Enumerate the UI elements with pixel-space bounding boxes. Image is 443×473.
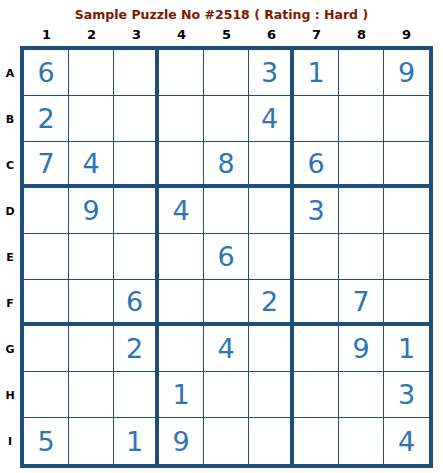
column-label-5: 5: [204, 27, 249, 45]
cell-H9[interactable]: 3: [384, 372, 429, 418]
row-label-F: F: [6, 280, 14, 326]
cell-D3[interactable]: [114, 188, 159, 234]
cell-F8[interactable]: 7: [339, 280, 384, 326]
cell-I7[interactable]: [294, 418, 339, 464]
cell-D8[interactable]: [339, 188, 384, 234]
cell-G1[interactable]: [24, 326, 69, 372]
cell-H5[interactable]: [204, 372, 249, 418]
cell-H8[interactable]: [339, 372, 384, 418]
row-label-C: C: [6, 142, 14, 188]
cell-I4[interactable]: 9: [159, 418, 204, 464]
cell-A3[interactable]: [114, 50, 159, 96]
cell-I9[interactable]: 4: [384, 418, 429, 464]
cell-C6[interactable]: [249, 142, 294, 188]
cell-E9[interactable]: [384, 234, 429, 280]
cell-E8[interactable]: [339, 234, 384, 280]
cell-B5[interactable]: [204, 96, 249, 142]
cell-B2[interactable]: [69, 96, 114, 142]
cell-A9[interactable]: 9: [384, 50, 429, 96]
cell-E4[interactable]: [159, 234, 204, 280]
column-label-8: 8: [339, 27, 384, 45]
cell-F3[interactable]: 6: [114, 280, 159, 326]
cell-C4[interactable]: [159, 142, 204, 188]
cell-G2[interactable]: [69, 326, 114, 372]
column-label-7: 7: [294, 27, 339, 45]
cell-E5[interactable]: 6: [204, 234, 249, 280]
cell-A8[interactable]: [339, 50, 384, 96]
column-label-4: 4: [159, 27, 204, 45]
cell-F6[interactable]: 2: [249, 280, 294, 326]
cell-D5[interactable]: [204, 188, 249, 234]
row-label-G: G: [5, 326, 14, 372]
cell-B4[interactable]: [159, 96, 204, 142]
cell-G8[interactable]: 9: [339, 326, 384, 372]
cell-C3[interactable]: [114, 142, 159, 188]
column-label-2: 2: [69, 27, 114, 45]
board-area: ABCDEFGHI 631924748694366272491135194: [0, 46, 443, 468]
cell-B3[interactable]: [114, 96, 159, 142]
cell-F1[interactable]: [24, 280, 69, 326]
cell-H2[interactable]: [69, 372, 114, 418]
cell-D6[interactable]: [249, 188, 294, 234]
cell-E2[interactable]: [69, 234, 114, 280]
cell-H7[interactable]: [294, 372, 339, 418]
cell-G3[interactable]: 2: [114, 326, 159, 372]
cell-C2[interactable]: 4: [69, 142, 114, 188]
cell-A2[interactable]: [69, 50, 114, 96]
cell-D1[interactable]: [24, 188, 69, 234]
cell-G5[interactable]: 4: [204, 326, 249, 372]
sudoku-board: 631924748694366272491135194: [20, 46, 433, 468]
cell-B7[interactable]: [294, 96, 339, 142]
cell-G7[interactable]: [294, 326, 339, 372]
cell-F4[interactable]: [159, 280, 204, 326]
cell-B1[interactable]: 2: [24, 96, 69, 142]
column-label-3: 3: [114, 27, 159, 45]
row-label-A: A: [6, 50, 15, 96]
cell-A7[interactable]: 1: [294, 50, 339, 96]
cell-D2[interactable]: 9: [69, 188, 114, 234]
puzzle-title: Sample Puzzle No #2518 ( Rating : Hard ): [0, 0, 443, 22]
cell-A6[interactable]: 3: [249, 50, 294, 96]
column-label-6: 6: [249, 27, 294, 45]
cell-E7[interactable]: [294, 234, 339, 280]
row-label-I: I: [8, 418, 12, 464]
cell-H6[interactable]: [249, 372, 294, 418]
cell-I5[interactable]: [204, 418, 249, 464]
cell-C1[interactable]: 7: [24, 142, 69, 188]
cell-F2[interactable]: [69, 280, 114, 326]
cell-A1[interactable]: 6: [24, 50, 69, 96]
row-label-D: D: [5, 188, 14, 234]
cell-D7[interactable]: 3: [294, 188, 339, 234]
cell-A5[interactable]: [204, 50, 249, 96]
cell-B8[interactable]: [339, 96, 384, 142]
cell-D9[interactable]: [384, 188, 429, 234]
cell-G4[interactable]: [159, 326, 204, 372]
cell-I1[interactable]: 5: [24, 418, 69, 464]
cell-H4[interactable]: 1: [159, 372, 204, 418]
row-labels: ABCDEFGHI: [0, 46, 20, 468]
cell-G6[interactable]: [249, 326, 294, 372]
cell-I8[interactable]: [339, 418, 384, 464]
cell-H3[interactable]: [114, 372, 159, 418]
cell-C7[interactable]: 6: [294, 142, 339, 188]
cell-C9[interactable]: [384, 142, 429, 188]
cell-F9[interactable]: [384, 280, 429, 326]
cell-F5[interactable]: [204, 280, 249, 326]
cell-E3[interactable]: [114, 234, 159, 280]
cell-E6[interactable]: [249, 234, 294, 280]
cell-I6[interactable]: [249, 418, 294, 464]
sudoku-page: Sample Puzzle No #2518 ( Rating : Hard )…: [0, 0, 443, 473]
cell-G9[interactable]: 1: [384, 326, 429, 372]
cell-I3[interactable]: 1: [114, 418, 159, 464]
cell-B6[interactable]: 4: [249, 96, 294, 142]
cell-C8[interactable]: [339, 142, 384, 188]
cell-B9[interactable]: [384, 96, 429, 142]
cell-E1[interactable]: [24, 234, 69, 280]
cell-H1[interactable]: [24, 372, 69, 418]
row-label-E: E: [6, 234, 14, 280]
column-label-9: 9: [384, 27, 429, 45]
column-label-1: 1: [24, 27, 69, 45]
row-label-B: B: [6, 96, 14, 142]
row-label-H: H: [5, 372, 14, 418]
column-labels: 123456789: [24, 27, 443, 45]
cell-F7[interactable]: [294, 280, 339, 326]
cell-D4[interactable]: 4: [159, 188, 204, 234]
cell-C5[interactable]: 8: [204, 142, 249, 188]
cell-I2[interactable]: [69, 418, 114, 464]
cell-A4[interactable]: [159, 50, 204, 96]
